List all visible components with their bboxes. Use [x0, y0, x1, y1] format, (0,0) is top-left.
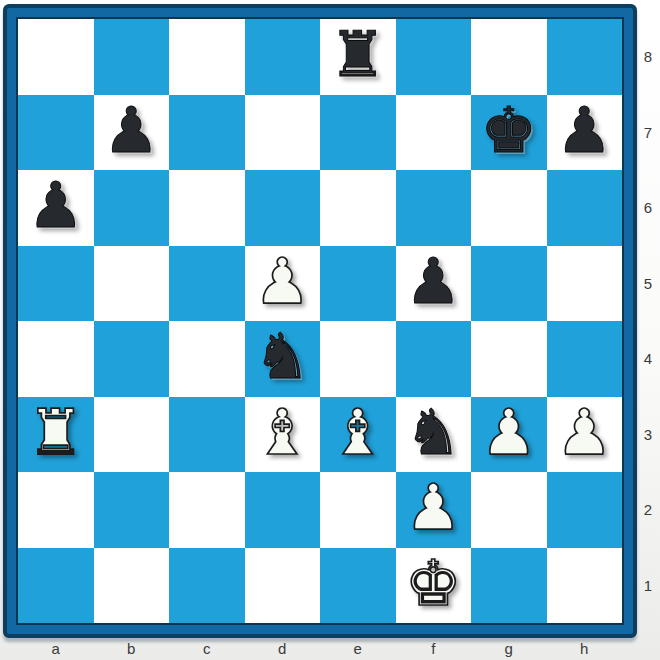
square-e6[interactable]	[320, 170, 396, 246]
square-d4[interactable]: ♞	[245, 321, 321, 397]
piece-black-pawn[interactable]: ♟	[405, 250, 461, 313]
square-a5[interactable]	[18, 246, 94, 322]
square-d8[interactable]	[245, 19, 321, 95]
piece-black-king[interactable]: ♚	[481, 99, 537, 162]
square-e3[interactable]: ♝	[320, 397, 396, 473]
piece-black-pawn[interactable]: ♟	[103, 99, 159, 162]
file-label-d: d	[245, 640, 321, 657]
piece-black-pawn[interactable]: ♟	[556, 99, 612, 162]
square-b8[interactable]	[94, 19, 170, 95]
square-h7[interactable]: ♟	[547, 95, 623, 171]
file-label-e: e	[320, 640, 396, 657]
square-f8[interactable]	[396, 19, 472, 95]
square-h1[interactable]	[547, 548, 623, 624]
square-h8[interactable]	[547, 19, 623, 95]
chess-diagram: ♜♟♚♟♟♟♟♞♜♝♝♞♟♟♟♚ abcdefgh 87654321	[0, 0, 660, 660]
square-e5[interactable]	[320, 246, 396, 322]
square-h3[interactable]: ♟	[547, 397, 623, 473]
board-frame: ♜♟♚♟♟♟♟♞♜♝♝♞♟♟♟♚	[3, 4, 637, 638]
square-a1[interactable]	[18, 548, 94, 624]
square-d1[interactable]	[245, 548, 321, 624]
file-labels: abcdefgh	[18, 640, 622, 657]
square-d3[interactable]: ♝	[245, 397, 321, 473]
piece-black-knight[interactable]: ♞	[254, 325, 310, 388]
square-g8[interactable]	[471, 19, 547, 95]
file-label-h: h	[547, 640, 623, 657]
square-c1[interactable]	[169, 548, 245, 624]
square-b7[interactable]: ♟	[94, 95, 170, 171]
piece-white-rook[interactable]: ♜	[28, 401, 84, 464]
square-f7[interactable]	[396, 95, 472, 171]
piece-white-pawn[interactable]: ♟	[405, 476, 461, 539]
square-g1[interactable]	[471, 548, 547, 624]
square-h6[interactable]	[547, 170, 623, 246]
square-c7[interactable]	[169, 95, 245, 171]
square-h5[interactable]	[547, 246, 623, 322]
square-g4[interactable]	[471, 321, 547, 397]
square-d5[interactable]: ♟	[245, 246, 321, 322]
rank-label-6: 6	[638, 170, 658, 246]
rank-label-2: 2	[638, 472, 658, 548]
square-e2[interactable]	[320, 472, 396, 548]
file-label-f: f	[396, 640, 472, 657]
square-d2[interactable]	[245, 472, 321, 548]
piece-white-bishop[interactable]: ♝	[254, 401, 310, 464]
square-g6[interactable]	[471, 170, 547, 246]
square-a2[interactable]	[18, 472, 94, 548]
square-f5[interactable]: ♟	[396, 246, 472, 322]
square-b3[interactable]	[94, 397, 170, 473]
square-e1[interactable]	[320, 548, 396, 624]
rank-label-8: 8	[638, 19, 658, 95]
square-a3[interactable]: ♜	[18, 397, 94, 473]
square-c4[interactable]	[169, 321, 245, 397]
square-g7[interactable]: ♚	[471, 95, 547, 171]
rank-label-1: 1	[638, 548, 658, 624]
square-e7[interactable]	[320, 95, 396, 171]
square-a4[interactable]	[18, 321, 94, 397]
rank-label-4: 4	[638, 321, 658, 397]
square-c6[interactable]	[169, 170, 245, 246]
rank-label-3: 3	[638, 397, 658, 473]
square-g2[interactable]	[471, 472, 547, 548]
square-d6[interactable]	[245, 170, 321, 246]
square-b2[interactable]	[94, 472, 170, 548]
square-h4[interactable]	[547, 321, 623, 397]
rank-label-5: 5	[638, 246, 658, 322]
rank-labels: 87654321	[638, 19, 658, 623]
square-b5[interactable]	[94, 246, 170, 322]
square-e4[interactable]	[320, 321, 396, 397]
square-f4[interactable]	[396, 321, 472, 397]
piece-white-pawn[interactable]: ♟	[254, 250, 310, 313]
square-h2[interactable]	[547, 472, 623, 548]
piece-black-rook[interactable]: ♜	[330, 23, 386, 86]
square-f6[interactable]	[396, 170, 472, 246]
piece-white-pawn[interactable]: ♟	[481, 401, 537, 464]
rank-label-7: 7	[638, 95, 658, 171]
file-label-g: g	[471, 640, 547, 657]
piece-white-pawn[interactable]: ♟	[556, 401, 612, 464]
square-b6[interactable]	[94, 170, 170, 246]
square-c5[interactable]	[169, 246, 245, 322]
square-f3[interactable]: ♞	[396, 397, 472, 473]
square-a6[interactable]: ♟	[18, 170, 94, 246]
square-d7[interactable]	[245, 95, 321, 171]
file-label-c: c	[169, 640, 245, 657]
piece-black-pawn[interactable]: ♟	[28, 174, 84, 237]
square-a7[interactable]	[18, 95, 94, 171]
square-a8[interactable]	[18, 19, 94, 95]
chess-board: ♜♟♚♟♟♟♟♞♜♝♝♞♟♟♟♚	[16, 17, 624, 625]
square-g3[interactable]: ♟	[471, 397, 547, 473]
file-label-b: b	[94, 640, 170, 657]
square-b1[interactable]	[94, 548, 170, 624]
piece-black-knight[interactable]: ♞	[405, 401, 461, 464]
piece-white-bishop[interactable]: ♝	[330, 401, 386, 464]
square-g5[interactable]	[471, 246, 547, 322]
square-c2[interactable]	[169, 472, 245, 548]
square-c8[interactable]	[169, 19, 245, 95]
square-f1[interactable]: ♚	[396, 548, 472, 624]
file-label-a: a	[18, 640, 94, 657]
square-c3[interactable]	[169, 397, 245, 473]
square-b4[interactable]	[94, 321, 170, 397]
square-f2[interactable]: ♟	[396, 472, 472, 548]
square-e8[interactable]: ♜	[320, 19, 396, 95]
piece-white-king[interactable]: ♚	[405, 552, 461, 615]
